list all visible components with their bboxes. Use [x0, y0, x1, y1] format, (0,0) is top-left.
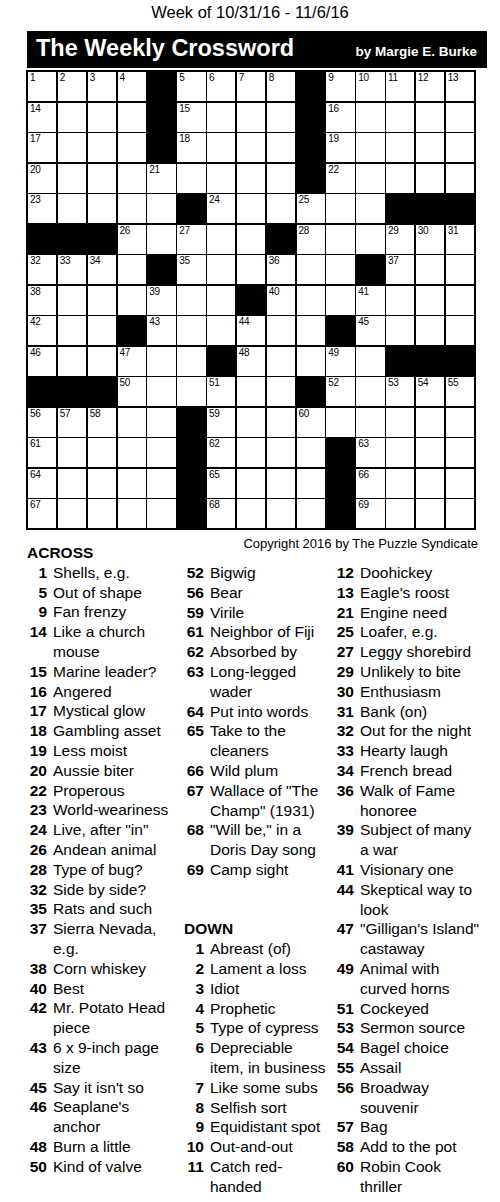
- grid-cell[interactable]: [237, 438, 265, 467]
- clue-text: Engine need: [360, 604, 447, 621]
- grid-cell[interactable]: [58, 164, 86, 193]
- grid-cell[interactable]: [446, 469, 474, 498]
- clue-text: Out of shape: [53, 584, 142, 601]
- cell-number: 58: [90, 409, 101, 419]
- grid-cell[interactable]: [267, 438, 295, 467]
- clue-number: 29: [334, 662, 354, 682]
- grid-cell[interactable]: [356, 347, 384, 376]
- byline: by Margie E. Burke: [355, 44, 477, 59]
- grid-cell[interactable]: [118, 499, 146, 528]
- grid-cell[interactable]: [356, 103, 384, 132]
- clue-item: 9Equidistant spot: [184, 1117, 330, 1137]
- grid-cell[interactable]: 35: [177, 255, 205, 284]
- grid-cell[interactable]: [446, 438, 474, 467]
- clue-number: 35: [27, 899, 47, 919]
- cell-number: 39: [149, 287, 160, 297]
- grid-cell[interactable]: [58, 103, 86, 132]
- grid-cell[interactable]: [446, 255, 474, 284]
- grid-cell[interactable]: 10: [356, 72, 384, 101]
- grid-cell[interactable]: 43: [147, 316, 175, 345]
- grid-cell[interactable]: [88, 347, 116, 376]
- clue-item: 57Bag: [334, 1117, 482, 1137]
- grid-cell[interactable]: 2: [58, 72, 86, 101]
- grid-cell[interactable]: [326, 194, 354, 223]
- cell-number: 31: [448, 226, 459, 236]
- grid-cell[interactable]: [147, 469, 175, 498]
- clue-item: 61Neighbor of Fiji: [184, 622, 330, 642]
- grid-cell[interactable]: 42: [28, 316, 56, 345]
- black-cell: [147, 72, 175, 101]
- grid-cell[interactable]: [118, 438, 146, 467]
- grid-cell[interactable]: [177, 164, 205, 193]
- grid-cell[interactable]: 36: [267, 255, 295, 284]
- grid-cell[interactable]: 39: [147, 286, 175, 315]
- grid-cell[interactable]: [386, 316, 414, 345]
- grid-cell[interactable]: [237, 499, 265, 528]
- grid-cell[interactable]: 55: [446, 377, 474, 406]
- cell-number: 14: [30, 104, 41, 114]
- clue-item: 53Sermon source: [334, 1018, 482, 1038]
- grid-cell[interactable]: 68: [207, 499, 235, 528]
- black-cell: [446, 347, 474, 376]
- grid-cell[interactable]: [58, 194, 86, 223]
- grid-cell[interactable]: 28: [297, 225, 325, 254]
- clue-number: 13: [334, 583, 354, 603]
- grid-cell[interactable]: [297, 255, 325, 284]
- grid-cell[interactable]: 24: [207, 194, 235, 223]
- across-header: ACROSS: [27, 543, 179, 563]
- grid-cell[interactable]: [207, 164, 235, 193]
- grid-cell[interactable]: [58, 469, 86, 498]
- grid-cell[interactable]: [88, 133, 116, 162]
- grid-cell[interactable]: [416, 133, 444, 162]
- grid-cell[interactable]: 7: [237, 72, 265, 101]
- grid-cell[interactable]: [356, 408, 384, 437]
- grid-cell[interactable]: [237, 133, 265, 162]
- grid-cell[interactable]: 49: [326, 347, 354, 376]
- grid-cell[interactable]: 34: [88, 255, 116, 284]
- grid-cell[interactable]: [267, 103, 295, 132]
- grid-cell[interactable]: [446, 408, 474, 437]
- grid-cell[interactable]: [58, 316, 86, 345]
- grid-cell[interactable]: 25: [297, 194, 325, 223]
- clue-item: 41Visionary one: [334, 860, 482, 880]
- clue-text: Seaplane's anchor: [53, 1098, 129, 1135]
- clue-number: 28: [27, 860, 47, 880]
- grid-cell[interactable]: [326, 408, 354, 437]
- clue-item: 1Shells, e.g.: [27, 563, 179, 583]
- grid-cell[interactable]: [118, 408, 146, 437]
- clue-number: 9: [184, 1117, 204, 1137]
- grid-cell[interactable]: [446, 164, 474, 193]
- down-clues-col3: 12Doohickey13Eagle's roost21Engine need2…: [334, 563, 482, 1197]
- cell-number: 63: [358, 439, 369, 449]
- grid-cell[interactable]: [147, 225, 175, 254]
- black-cell: [177, 408, 205, 437]
- grid-cell[interactable]: 16: [326, 103, 354, 132]
- grid-cell[interactable]: 18: [177, 133, 205, 162]
- grid-cell[interactable]: [386, 408, 414, 437]
- grid-cell[interactable]: 54: [416, 377, 444, 406]
- cell-number: 50: [120, 378, 131, 388]
- down-header: DOWN: [184, 919, 330, 939]
- cell-number: 68: [209, 500, 220, 510]
- clue-number: 26: [27, 840, 47, 860]
- grid-cell[interactable]: 59: [207, 408, 235, 437]
- grid-cell[interactable]: [118, 133, 146, 162]
- grid-cell[interactable]: [177, 347, 205, 376]
- grid-cell[interactable]: [147, 499, 175, 528]
- grid-cell[interactable]: 30: [416, 225, 444, 254]
- grid-cell[interactable]: [267, 499, 295, 528]
- black-cell: [297, 103, 325, 132]
- grid-cell[interactable]: [118, 164, 146, 193]
- clue-text: Wallace of "The Champ" (1931): [210, 782, 318, 819]
- black-cell: [88, 225, 116, 254]
- clue-item: 63Long-legged wader: [184, 662, 330, 702]
- grid-cell[interactable]: 8: [267, 72, 295, 101]
- grid-cell[interactable]: [386, 164, 414, 193]
- clue-text: Bigwig: [210, 564, 256, 581]
- grid-cell[interactable]: 44: [237, 316, 265, 345]
- grid-cell[interactable]: [297, 286, 325, 315]
- grid-cell[interactable]: 40: [267, 286, 295, 315]
- grid-cell[interactable]: [88, 194, 116, 223]
- grid-cell[interactable]: 5: [177, 72, 205, 101]
- grid-cell[interactable]: [88, 103, 116, 132]
- grid-cell[interactable]: [88, 316, 116, 345]
- grid-cell[interactable]: 6: [207, 72, 235, 101]
- grid-cell[interactable]: 1: [28, 72, 56, 101]
- cell-number: 32: [30, 256, 41, 266]
- grid-cell[interactable]: 56: [28, 408, 56, 437]
- clue-number: 45: [27, 1078, 47, 1098]
- clue-text: Bank (on): [360, 703, 427, 720]
- grid-cell[interactable]: [326, 255, 354, 284]
- grid-cell[interactable]: [297, 438, 325, 467]
- grid-cell[interactable]: 12: [416, 72, 444, 101]
- clue-text: Selfish sort: [210, 1099, 287, 1116]
- grid-cell[interactable]: 46: [28, 347, 56, 376]
- grid-cell[interactable]: [267, 316, 295, 345]
- page: { "header": { "week_line": "Week of 10/3…: [0, 0, 500, 1202]
- grid-cell[interactable]: [207, 103, 235, 132]
- grid-cell[interactable]: 17: [28, 133, 56, 162]
- grid-cell[interactable]: 64: [28, 469, 56, 498]
- cell-number: 36: [269, 256, 280, 266]
- grid-cell[interactable]: [58, 347, 86, 376]
- grid-cell[interactable]: 27: [177, 225, 205, 254]
- clue-number: 16: [27, 682, 47, 702]
- black-cell: [326, 499, 354, 528]
- grid-cell[interactable]: [58, 499, 86, 528]
- grid-cell[interactable]: [207, 255, 235, 284]
- clue-item: 20Aussie biter: [27, 761, 179, 781]
- grid-cell[interactable]: 9: [326, 72, 354, 101]
- clue-item: 48Burn a little: [27, 1137, 179, 1157]
- grid-cell[interactable]: [237, 408, 265, 437]
- grid-cell[interactable]: [386, 438, 414, 467]
- grid-cell[interactable]: [416, 286, 444, 315]
- grid-cell[interactable]: [237, 255, 265, 284]
- clue-number: 21: [334, 603, 354, 623]
- grid-cell[interactable]: [267, 347, 295, 376]
- grid-cell[interactable]: [356, 133, 384, 162]
- grid-cell[interactable]: [356, 225, 384, 254]
- grid-cell[interactable]: 48: [237, 347, 265, 376]
- cell-number: 29: [388, 226, 399, 236]
- grid-cell[interactable]: [297, 499, 325, 528]
- grid-cell[interactable]: [356, 377, 384, 406]
- grid-cell[interactable]: [237, 164, 265, 193]
- grid-cell[interactable]: [446, 133, 474, 162]
- grid-cell[interactable]: [416, 499, 444, 528]
- grid-cell[interactable]: 45: [356, 316, 384, 345]
- clue-number: 54: [334, 1038, 354, 1058]
- grid-cell[interactable]: [237, 469, 265, 498]
- grid-cell[interactable]: [237, 194, 265, 223]
- grid-cell[interactable]: [416, 255, 444, 284]
- clue-text: Equidistant spot: [210, 1118, 320, 1135]
- clue-text: French bread: [360, 762, 452, 779]
- clue-number: 56: [184, 583, 204, 603]
- grid-cell[interactable]: 15: [177, 103, 205, 132]
- grid-cell[interactable]: [416, 438, 444, 467]
- grid-cell[interactable]: [58, 286, 86, 315]
- grid-cell[interactable]: 14: [28, 103, 56, 132]
- grid-cell[interactable]: 47: [118, 347, 146, 376]
- grid-cell[interactable]: [297, 469, 325, 498]
- grid-cell[interactable]: [88, 286, 116, 315]
- grid-cell[interactable]: [386, 103, 414, 132]
- black-cell: [297, 164, 325, 193]
- grid-cell[interactable]: 29: [386, 225, 414, 254]
- cell-number: 66: [358, 470, 369, 480]
- grid-cell[interactable]: 22: [326, 164, 354, 193]
- grid-cell[interactable]: [416, 408, 444, 437]
- grid-cell[interactable]: 58: [88, 408, 116, 437]
- black-cell: [326, 316, 354, 345]
- grid-cell[interactable]: [237, 103, 265, 132]
- cell-number: 15: [179, 104, 190, 114]
- grid-cell[interactable]: 11: [386, 72, 414, 101]
- clue-item: 36Walk of Fame honoree: [334, 781, 482, 821]
- grid-cell[interactable]: 3: [88, 72, 116, 101]
- grid-cell[interactable]: [237, 225, 265, 254]
- grid-cell[interactable]: 60: [297, 408, 325, 437]
- grid-cell[interactable]: 69: [356, 499, 384, 528]
- grid-cell[interactable]: 37: [386, 255, 414, 284]
- black-cell: [88, 377, 116, 406]
- grid-cell[interactable]: [267, 133, 295, 162]
- grid-cell[interactable]: [118, 286, 146, 315]
- grid-cell[interactable]: [416, 103, 444, 132]
- grid-cell[interactable]: [88, 469, 116, 498]
- grid-cell[interactable]: 63: [356, 438, 384, 467]
- grid-cell[interactable]: [88, 499, 116, 528]
- grid-cell[interactable]: [147, 194, 175, 223]
- grid-cell[interactable]: [297, 316, 325, 345]
- grid-cell[interactable]: 23: [28, 194, 56, 223]
- grid-cell[interactable]: [416, 469, 444, 498]
- grid-cell[interactable]: [58, 438, 86, 467]
- grid-cell[interactable]: 52: [326, 377, 354, 406]
- grid-cell[interactable]: [416, 164, 444, 193]
- clue-text: Virile: [210, 604, 244, 621]
- black-cell: [58, 225, 86, 254]
- clue-number: 4: [184, 999, 204, 1019]
- grid-cell[interactable]: [118, 103, 146, 132]
- clue-number: 1: [27, 563, 47, 583]
- grid-cell[interactable]: [118, 194, 146, 223]
- grid-cell[interactable]: 66: [356, 469, 384, 498]
- cell-number: 24: [209, 195, 220, 205]
- clue-number: 8: [184, 1098, 204, 1118]
- cell-number: 5: [179, 73, 184, 83]
- clue-item: 28Type of bug?: [27, 860, 179, 880]
- grid-cell[interactable]: [147, 347, 175, 376]
- grid-cell[interactable]: [118, 255, 146, 284]
- grid-cell[interactable]: [207, 316, 235, 345]
- grid-cell[interactable]: 13: [446, 72, 474, 101]
- cell-number: 11: [388, 73, 398, 83]
- clue-text: Type of bug?: [53, 861, 143, 878]
- grid-cell[interactable]: [386, 133, 414, 162]
- clue-number: 68: [184, 820, 204, 840]
- grid-cell[interactable]: [267, 408, 295, 437]
- grid-cell[interactable]: [147, 408, 175, 437]
- grid-cell[interactable]: 4: [118, 72, 146, 101]
- grid-cell[interactable]: [147, 438, 175, 467]
- grid-cell[interactable]: [88, 438, 116, 467]
- clue-item: 30Enthusiasm: [334, 682, 482, 702]
- clue-text: Andean animal: [53, 841, 156, 858]
- grid-cell[interactable]: [446, 316, 474, 345]
- grid-cell[interactable]: 61: [28, 438, 56, 467]
- grid-cell[interactable]: 57: [58, 408, 86, 437]
- grid-cell[interactable]: 53: [386, 377, 414, 406]
- grid-cell[interactable]: [386, 286, 414, 315]
- clue-item: 40Best: [27, 979, 179, 999]
- clue-item: 35Rats and such: [27, 899, 179, 919]
- grid-cell[interactable]: 51: [207, 377, 235, 406]
- grid-cell[interactable]: 21: [147, 164, 175, 193]
- grid-cell[interactable]: [267, 469, 295, 498]
- across-clues-col1: 1Shells, e.g.5Out of shape9Fan frenzy14L…: [27, 563, 179, 1177]
- grid-cell[interactable]: [446, 499, 474, 528]
- clue-item: 17Mystical glow: [27, 701, 179, 721]
- grid-cell[interactable]: [356, 164, 384, 193]
- cell-number: 62: [209, 439, 220, 449]
- grid-cell[interactable]: [386, 499, 414, 528]
- grid-cell[interactable]: [297, 347, 325, 376]
- clue-number: 7: [184, 1078, 204, 1098]
- clue-text: Cockeyed: [360, 1000, 429, 1017]
- grid-cell[interactable]: 67: [28, 499, 56, 528]
- black-cell: [118, 316, 146, 345]
- clue-number: 67: [184, 781, 204, 801]
- cell-number: 35: [179, 256, 190, 266]
- grid-cell[interactable]: [356, 194, 384, 223]
- clue-item: 22Properous: [27, 781, 179, 801]
- clue-text: Put into words: [210, 703, 308, 720]
- clue-item: 436 x 9-inch page size: [27, 1038, 179, 1078]
- clue-item: 45Say it isn't so: [27, 1078, 179, 1098]
- clue-number: 24: [27, 820, 47, 840]
- clue-item: 67Wallace of "The Champ" (1931): [184, 781, 330, 821]
- grid-cell[interactable]: [207, 286, 235, 315]
- clue-item: 46Seaplane's anchor: [27, 1097, 179, 1137]
- clue-number: 44: [334, 880, 354, 900]
- clue-number: 32: [27, 880, 47, 900]
- grid-cell[interactable]: 19: [326, 133, 354, 162]
- clue-number: 60: [334, 1157, 354, 1177]
- cell-number: 13: [448, 73, 459, 83]
- grid-cell[interactable]: 65: [207, 469, 235, 498]
- cell-number: 34: [90, 256, 101, 266]
- date-line: Week of 10/31/16 - 11/6/16: [0, 3, 500, 22]
- grid-cell[interactable]: [386, 469, 414, 498]
- clue-item: 13Eagle's roost: [334, 583, 482, 603]
- grid-cell[interactable]: 20: [28, 164, 56, 193]
- cell-number: 6: [209, 73, 214, 83]
- grid-cell[interactable]: [118, 469, 146, 498]
- grid-cell[interactable]: [267, 194, 295, 223]
- cell-number: 12: [418, 73, 429, 83]
- grid-cell[interactable]: [326, 225, 354, 254]
- clue-text: Lament a loss: [210, 960, 307, 977]
- grid-cell[interactable]: [207, 225, 235, 254]
- grid-cell[interactable]: [446, 286, 474, 315]
- grid-cell[interactable]: 31: [446, 225, 474, 254]
- grid-cell[interactable]: 32: [28, 255, 56, 284]
- grid-cell[interactable]: [237, 377, 265, 406]
- grid-cell[interactable]: 62: [207, 438, 235, 467]
- grid-cell[interactable]: 50: [118, 377, 146, 406]
- cell-number: 45: [358, 317, 369, 327]
- clue-item: 54Bagel choice: [334, 1038, 482, 1058]
- grid-cell[interactable]: 41: [356, 286, 384, 315]
- grid-cell[interactable]: [177, 316, 205, 345]
- clue-text: Subject of many a war: [360, 821, 471, 858]
- clue-text: Fan frenzy: [53, 603, 126, 620]
- grid-cell[interactable]: 38: [28, 286, 56, 315]
- black-cell: [297, 72, 325, 101]
- grid-cell[interactable]: [416, 316, 444, 345]
- black-cell: [326, 469, 354, 498]
- grid-cell[interactable]: [88, 164, 116, 193]
- grid-cell[interactable]: 26: [118, 225, 146, 254]
- grid-cell[interactable]: [326, 286, 354, 315]
- grid-cell[interactable]: [207, 133, 235, 162]
- grid-cell[interactable]: [58, 133, 86, 162]
- clue-number: 37: [27, 919, 47, 939]
- clue-item: 39Subject of many a war: [334, 820, 482, 860]
- grid-cell[interactable]: [267, 164, 295, 193]
- clue-number: 66: [184, 761, 204, 781]
- grid-cell[interactable]: [147, 377, 175, 406]
- clue-item: 33Hearty laugh: [334, 741, 482, 761]
- grid-cell[interactable]: 33: [58, 255, 86, 284]
- grid-cell[interactable]: [177, 377, 205, 406]
- grid-cell[interactable]: [446, 103, 474, 132]
- clue-text: Absorbed by: [210, 643, 297, 660]
- grid-cell[interactable]: [267, 377, 295, 406]
- clue-text: Take to the cleaners: [210, 722, 286, 759]
- grid-cell[interactable]: [177, 286, 205, 315]
- clue-item: 52Bigwig: [184, 563, 330, 583]
- clue-number: 10: [184, 1137, 204, 1157]
